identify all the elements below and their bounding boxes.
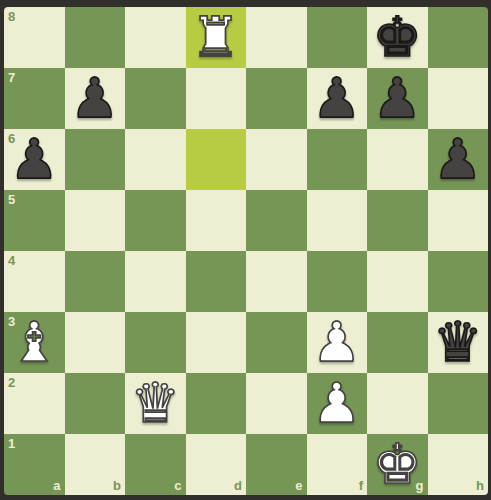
square-f6[interactable] (307, 129, 368, 190)
chess-board: 8♜♚7♟♟♟6♟♟543♝♟♛2♛♟1abcdefg♚h (4, 7, 488, 495)
square-f3[interactable]: ♟ (307, 312, 368, 373)
square-h4[interactable] (428, 251, 489, 312)
black-queen-h3[interactable]: ♛ (428, 312, 489, 373)
square-g6[interactable] (367, 129, 428, 190)
black-pawn-a6[interactable]: ♟ (4, 129, 65, 190)
square-b3[interactable] (65, 312, 126, 373)
black-pawn-h6[interactable]: ♟ (428, 129, 489, 190)
square-b2[interactable] (65, 373, 126, 434)
file-label-b: b (113, 479, 121, 492)
square-g1[interactable]: g♚ (367, 434, 428, 495)
rank-label-8: 8 (8, 10, 15, 23)
rank-label-4: 4 (8, 254, 15, 267)
square-b1[interactable]: b (65, 434, 126, 495)
square-h5[interactable] (428, 190, 489, 251)
square-g8[interactable]: ♚ (367, 7, 428, 68)
board-frame: 8♜♚7♟♟♟6♟♟543♝♟♛2♛♟1abcdefg♚h (0, 0, 491, 500)
square-e8[interactable] (246, 7, 307, 68)
square-c7[interactable] (125, 68, 186, 129)
square-h3[interactable]: ♛ (428, 312, 489, 373)
square-h8[interactable] (428, 7, 489, 68)
file-label-d: d (234, 479, 242, 492)
square-h2[interactable] (428, 373, 489, 434)
square-e1[interactable]: e (246, 434, 307, 495)
square-e3[interactable] (246, 312, 307, 373)
square-a7[interactable]: 7 (4, 68, 65, 129)
white-bishop-a3[interactable]: ♝ (4, 312, 65, 373)
square-b5[interactable] (65, 190, 126, 251)
rank-label-7: 7 (8, 71, 15, 84)
square-f7[interactable]: ♟ (307, 68, 368, 129)
rank-label-2: 2 (8, 376, 15, 389)
file-label-c: c (174, 479, 181, 492)
square-a8[interactable]: 8 (4, 7, 65, 68)
square-b4[interactable] (65, 251, 126, 312)
black-pawn-f7[interactable]: ♟ (307, 68, 368, 129)
square-g2[interactable] (367, 373, 428, 434)
square-c3[interactable] (125, 312, 186, 373)
black-king-g8[interactable]: ♚ (367, 7, 428, 68)
black-pawn-b7[interactable]: ♟ (65, 68, 126, 129)
square-g4[interactable] (367, 251, 428, 312)
square-e4[interactable] (246, 251, 307, 312)
square-g3[interactable] (367, 312, 428, 373)
square-c8[interactable] (125, 7, 186, 68)
white-king-g1[interactable]: ♚ (367, 434, 428, 495)
square-a5[interactable]: 5 (4, 190, 65, 251)
square-e2[interactable] (246, 373, 307, 434)
square-d2[interactable] (186, 373, 247, 434)
white-queen-c2[interactable]: ♛ (125, 373, 186, 434)
square-f5[interactable] (307, 190, 368, 251)
square-a3[interactable]: 3♝ (4, 312, 65, 373)
square-d8[interactable]: ♜ (186, 7, 247, 68)
square-b7[interactable]: ♟ (65, 68, 126, 129)
white-pawn-f3[interactable]: ♟ (307, 312, 368, 373)
square-h6[interactable]: ♟ (428, 129, 489, 190)
square-e6[interactable] (246, 129, 307, 190)
file-label-h: h (476, 479, 484, 492)
square-f2[interactable]: ♟ (307, 373, 368, 434)
square-a4[interactable]: 4 (4, 251, 65, 312)
square-g7[interactable]: ♟ (367, 68, 428, 129)
square-f1[interactable]: f (307, 434, 368, 495)
square-d5[interactable] (186, 190, 247, 251)
square-e7[interactable] (246, 68, 307, 129)
white-pawn-f2[interactable]: ♟ (307, 373, 368, 434)
square-d4[interactable] (186, 251, 247, 312)
square-h1[interactable]: h (428, 434, 489, 495)
square-a6[interactable]: 6♟ (4, 129, 65, 190)
rank-label-1: 1 (8, 437, 15, 450)
square-d3[interactable] (186, 312, 247, 373)
white-rook-d8[interactable]: ♜ (186, 7, 247, 68)
square-f8[interactable] (307, 7, 368, 68)
square-c4[interactable] (125, 251, 186, 312)
square-c1[interactable]: c (125, 434, 186, 495)
square-b6[interactable] (65, 129, 126, 190)
square-f4[interactable] (307, 251, 368, 312)
square-g5[interactable] (367, 190, 428, 251)
square-d1[interactable]: d (186, 434, 247, 495)
black-pawn-g7[interactable]: ♟ (367, 68, 428, 129)
file-label-f: f (359, 479, 363, 492)
square-d6[interactable] (186, 129, 247, 190)
square-b8[interactable] (65, 7, 126, 68)
square-e5[interactable] (246, 190, 307, 251)
square-c5[interactable] (125, 190, 186, 251)
square-h7[interactable] (428, 68, 489, 129)
square-a1[interactable]: 1a (4, 434, 65, 495)
file-label-e: e (295, 479, 302, 492)
rank-label-5: 5 (8, 193, 15, 206)
square-d7[interactable] (186, 68, 247, 129)
square-c6[interactable] (125, 129, 186, 190)
square-c2[interactable]: ♛ (125, 373, 186, 434)
square-a2[interactable]: 2 (4, 373, 65, 434)
file-label-a: a (53, 479, 60, 492)
